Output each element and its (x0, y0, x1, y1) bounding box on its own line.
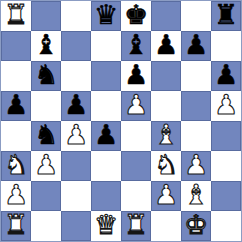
chess-app: ♜♛♚♜♝♝♟♟♞♟♟♟♟♟♟♞♟♟♝♞♟♞♟♟♟♝♜♛♜♚ (0, 0, 242, 242)
piece-black-king[interactable]: ♚ (124, 1, 148, 30)
square-b2[interactable] (31, 181, 61, 211)
square-a4[interactable] (1, 121, 31, 151)
square-e1[interactable]: ♜ (121, 211, 151, 241)
square-d2[interactable] (91, 181, 121, 211)
square-e7[interactable]: ♝ (121, 31, 151, 61)
piece-black-knight[interactable]: ♞ (34, 61, 58, 90)
piece-white-rook[interactable]: ♜ (124, 211, 148, 240)
square-a3[interactable]: ♞ (1, 151, 31, 181)
square-f4[interactable]: ♝ (151, 121, 181, 151)
square-a5[interactable]: ♟ (1, 91, 31, 121)
square-f8[interactable] (151, 1, 181, 31)
square-f3[interactable]: ♞ (151, 151, 181, 181)
square-a1[interactable]: ♜ (1, 211, 31, 241)
square-f2[interactable]: ♟ (151, 181, 181, 211)
square-c4[interactable]: ♟ (61, 121, 91, 151)
square-g6[interactable] (181, 61, 211, 91)
piece-white-pawn[interactable]: ♟ (4, 181, 28, 210)
square-f7[interactable]: ♟ (151, 31, 181, 61)
square-d8[interactable]: ♛ (91, 1, 121, 31)
piece-white-pawn[interactable]: ♟ (154, 181, 178, 210)
piece-black-pawn[interactable]: ♟ (214, 61, 238, 90)
piece-black-pawn[interactable]: ♟ (154, 31, 178, 60)
piece-white-knight[interactable]: ♞ (154, 151, 178, 180)
square-h2[interactable] (211, 181, 241, 211)
square-g1[interactable]: ♚ (181, 211, 211, 241)
square-c7[interactable] (61, 31, 91, 61)
piece-white-rook[interactable]: ♜ (4, 211, 28, 240)
piece-white-pawn[interactable]: ♟ (214, 91, 238, 120)
square-c5[interactable]: ♟ (61, 91, 91, 121)
square-h3[interactable] (211, 151, 241, 181)
square-b5[interactable] (31, 91, 61, 121)
square-b7[interactable]: ♝ (31, 31, 61, 61)
square-e8[interactable]: ♚ (121, 1, 151, 31)
piece-black-bishop[interactable]: ♝ (124, 31, 148, 60)
square-b3[interactable]: ♟ (31, 151, 61, 181)
square-g7[interactable]: ♟ (181, 31, 211, 61)
square-e2[interactable] (121, 181, 151, 211)
square-e5[interactable]: ♟ (121, 91, 151, 121)
square-h4[interactable] (211, 121, 241, 151)
piece-black-pawn[interactable]: ♟ (124, 61, 148, 90)
square-c6[interactable] (61, 61, 91, 91)
piece-white-bishop[interactable]: ♝ (154, 121, 178, 150)
square-g5[interactable] (181, 91, 211, 121)
square-c8[interactable] (61, 1, 91, 31)
square-b4[interactable]: ♞ (31, 121, 61, 151)
square-f5[interactable] (151, 91, 181, 121)
square-h1[interactable] (211, 211, 241, 241)
square-b6[interactable]: ♞ (31, 61, 61, 91)
piece-white-rook[interactable]: ♜ (4, 1, 28, 30)
piece-black-pawn[interactable]: ♟ (64, 91, 88, 120)
square-b8[interactable] (31, 1, 61, 31)
square-e3[interactable] (121, 151, 151, 181)
piece-black-pawn[interactable]: ♟ (94, 121, 118, 150)
square-c2[interactable] (61, 181, 91, 211)
square-f1[interactable] (151, 211, 181, 241)
square-d7[interactable] (91, 31, 121, 61)
square-d3[interactable] (91, 151, 121, 181)
piece-white-queen[interactable]: ♛ (94, 211, 118, 240)
piece-white-pawn[interactable]: ♟ (124, 91, 148, 120)
square-a6[interactable] (1, 61, 31, 91)
square-h5[interactable]: ♟ (211, 91, 241, 121)
piece-white-pawn[interactable]: ♟ (34, 151, 58, 180)
piece-white-bishop[interactable]: ♝ (184, 181, 208, 210)
piece-white-king[interactable]: ♚ (184, 211, 208, 240)
piece-white-pawn[interactable]: ♟ (64, 121, 88, 150)
square-g2[interactable]: ♝ (181, 181, 211, 211)
square-d5[interactable] (91, 91, 121, 121)
square-c1[interactable] (61, 211, 91, 241)
square-a2[interactable]: ♟ (1, 181, 31, 211)
square-g3[interactable]: ♟ (181, 151, 211, 181)
piece-white-pawn[interactable]: ♟ (184, 151, 208, 180)
square-e6[interactable]: ♟ (121, 61, 151, 91)
piece-black-rook[interactable]: ♜ (214, 1, 238, 30)
square-g4[interactable] (181, 121, 211, 151)
square-h8[interactable]: ♜ (211, 1, 241, 31)
square-d1[interactable]: ♛ (91, 211, 121, 241)
square-a8[interactable]: ♜ (1, 1, 31, 31)
chess-board: ♜♛♚♜♝♝♟♟♞♟♟♟♟♟♟♞♟♟♝♞♟♞♟♟♟♝♜♛♜♚ (0, 0, 242, 242)
square-a7[interactable] (1, 31, 31, 61)
square-d6[interactable] (91, 61, 121, 91)
square-h7[interactable] (211, 31, 241, 61)
square-f6[interactable] (151, 61, 181, 91)
square-c3[interactable] (61, 151, 91, 181)
piece-white-knight[interactable]: ♞ (4, 151, 28, 180)
square-e4[interactable] (121, 121, 151, 151)
piece-black-bishop[interactable]: ♝ (34, 31, 58, 60)
piece-black-pawn[interactable]: ♟ (184, 31, 208, 60)
square-g8[interactable] (181, 1, 211, 31)
piece-black-pawn[interactable]: ♟ (4, 91, 28, 120)
square-b1[interactable] (31, 211, 61, 241)
piece-black-knight[interactable]: ♞ (34, 121, 58, 150)
piece-black-queen[interactable]: ♛ (94, 1, 118, 30)
square-d4[interactable]: ♟ (91, 121, 121, 151)
square-h6[interactable]: ♟ (211, 61, 241, 91)
